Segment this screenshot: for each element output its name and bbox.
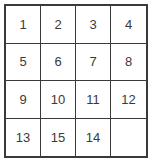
tile-4[interactable]: 4: [111, 6, 146, 44]
tile-8[interactable]: 8: [111, 44, 146, 82]
tile-12[interactable]: 12: [111, 81, 146, 119]
tile-15[interactable]: 15: [41, 119, 76, 157]
tile-14[interactable]: 14: [76, 119, 111, 157]
tile-13[interactable]: 13: [6, 119, 41, 157]
tile-2[interactable]: 2: [41, 6, 76, 44]
puzzle-board: 1 2 3 4 5 6 7 8 9 10 11 12 13 15 14: [4, 4, 148, 158]
tile-11[interactable]: 11: [76, 81, 111, 119]
tile-5[interactable]: 5: [6, 44, 41, 82]
tile-9[interactable]: 9: [6, 81, 41, 119]
empty-cell: [111, 119, 146, 157]
tile-3[interactable]: 3: [76, 6, 111, 44]
tile-10[interactable]: 10: [41, 81, 76, 119]
tile-7[interactable]: 7: [76, 44, 111, 82]
tile-1[interactable]: 1: [6, 6, 41, 44]
tile-6[interactable]: 6: [41, 44, 76, 82]
